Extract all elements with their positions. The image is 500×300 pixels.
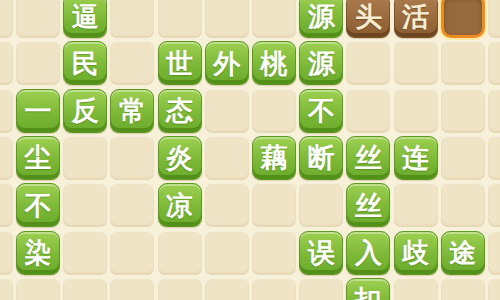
board-empty-cell bbox=[394, 183, 438, 227]
idiom-crossword-board: 逼源头活民世外桃源一反常态不尘炎藕断丝连不凉丝染误入歧途扣 bbox=[0, 0, 500, 300]
board-empty-cell bbox=[0, 231, 13, 275]
board-empty-cell bbox=[205, 0, 249, 38]
board-empty-cell bbox=[488, 183, 500, 227]
tile-green-r6c7[interactable]: 扣 bbox=[346, 278, 390, 300]
board-empty-cell bbox=[441, 278, 485, 300]
board-empty-cell bbox=[0, 183, 13, 227]
board-empty-cell bbox=[299, 278, 343, 300]
board-empty-cell bbox=[110, 183, 154, 227]
board-empty-cell bbox=[394, 278, 438, 300]
board-empty-cell bbox=[205, 183, 249, 227]
tile-green-r3c5[interactable]: 藕 bbox=[252, 136, 296, 180]
board-empty-cell bbox=[394, 89, 438, 133]
board-empty-cell bbox=[441, 41, 485, 85]
board-empty-cell bbox=[488, 41, 500, 85]
board-empty-cell bbox=[0, 41, 13, 85]
tile-green-r4c0[interactable]: 不 bbox=[16, 183, 60, 227]
board-empty-cell bbox=[346, 89, 390, 133]
board-empty-cell bbox=[0, 136, 13, 180]
tile-green-r4c3[interactable]: 凉 bbox=[158, 183, 202, 227]
board-empty-cell bbox=[205, 136, 249, 180]
board-empty-cell bbox=[488, 136, 500, 180]
board-empty-cell bbox=[346, 41, 390, 85]
board-empty-cell bbox=[299, 183, 343, 227]
board-empty-cell bbox=[158, 0, 202, 38]
board-empty-cell bbox=[205, 231, 249, 275]
board-empty-cell bbox=[252, 0, 296, 38]
tile-green-r2c2[interactable]: 常 bbox=[110, 89, 154, 133]
tile-green-r2c1[interactable]: 反 bbox=[63, 89, 107, 133]
board-empty-cell bbox=[488, 278, 500, 300]
tile-green-r5c0[interactable]: 染 bbox=[16, 231, 60, 275]
tile-green-r3c0[interactable]: 尘 bbox=[16, 136, 60, 180]
tile-green-r1c6[interactable]: 源 bbox=[299, 41, 343, 85]
board-empty-cell bbox=[205, 278, 249, 300]
board-empty-cell bbox=[205, 89, 249, 133]
board-empty-cell bbox=[252, 278, 296, 300]
tile-green-r5c6[interactable]: 误 bbox=[299, 231, 343, 275]
board-empty-cell bbox=[63, 278, 107, 300]
tile-green-r5c7[interactable]: 入 bbox=[346, 231, 390, 275]
board-empty-cell bbox=[488, 231, 500, 275]
tile-brown-r0c7[interactable]: 头 bbox=[346, 0, 390, 38]
board-empty-cell bbox=[441, 89, 485, 133]
board-empty-cell bbox=[252, 89, 296, 133]
tile-green-r2c0[interactable]: 一 bbox=[16, 89, 60, 133]
board-empty-cell bbox=[252, 183, 296, 227]
tile-green-r0c6[interactable]: 源 bbox=[299, 0, 343, 38]
tile-green-r5c8[interactable]: 歧 bbox=[394, 231, 438, 275]
board-empty-cell bbox=[16, 41, 60, 85]
board-empty-cell bbox=[441, 136, 485, 180]
tile-green-r3c3[interactable]: 炎 bbox=[158, 136, 202, 180]
board-empty-cell bbox=[16, 278, 60, 300]
tile-green-r1c4[interactable]: 外 bbox=[205, 41, 249, 85]
board-empty-cell bbox=[110, 136, 154, 180]
tile-green-r0c1[interactable]: 逼 bbox=[63, 0, 107, 38]
tile-green-r3c7[interactable]: 丝 bbox=[346, 136, 390, 180]
tile-green-r1c5[interactable]: 桃 bbox=[252, 41, 296, 85]
tile-green-r2c6[interactable]: 不 bbox=[299, 89, 343, 133]
board-empty-cell bbox=[488, 89, 500, 133]
board-empty-cell bbox=[0, 0, 13, 38]
board-empty-cell bbox=[63, 136, 107, 180]
tile-green-r2c3[interactable]: 态 bbox=[158, 89, 202, 133]
board-empty-cell bbox=[0, 278, 13, 300]
board-empty-cell bbox=[63, 183, 107, 227]
board-empty-cell bbox=[63, 231, 107, 275]
board-empty-cell bbox=[158, 231, 202, 275]
board-empty-cell bbox=[488, 0, 500, 38]
board-empty-cell bbox=[110, 41, 154, 85]
board-empty-cell bbox=[158, 278, 202, 300]
tile-green-r3c6[interactable]: 断 bbox=[299, 136, 343, 180]
tile-green-r1c3[interactable]: 世 bbox=[158, 41, 202, 85]
answer-slot-highlighted[interactable] bbox=[441, 0, 485, 38]
tile-brown-r0c8[interactable]: 活 bbox=[394, 0, 438, 38]
board-empty-cell bbox=[110, 278, 154, 300]
board-empty-cell bbox=[441, 183, 485, 227]
board-empty-cell bbox=[0, 89, 13, 133]
board-empty-cell bbox=[252, 231, 296, 275]
board-empty-cell bbox=[110, 231, 154, 275]
tile-green-r5c9[interactable]: 途 bbox=[441, 231, 485, 275]
tile-green-r1c1[interactable]: 民 bbox=[63, 41, 107, 85]
board-empty-cell bbox=[394, 41, 438, 85]
board-empty-cell bbox=[16, 0, 60, 38]
tile-green-r3c8[interactable]: 连 bbox=[394, 136, 438, 180]
board-empty-cell bbox=[110, 0, 154, 38]
tile-green-r4c7[interactable]: 丝 bbox=[346, 183, 390, 227]
